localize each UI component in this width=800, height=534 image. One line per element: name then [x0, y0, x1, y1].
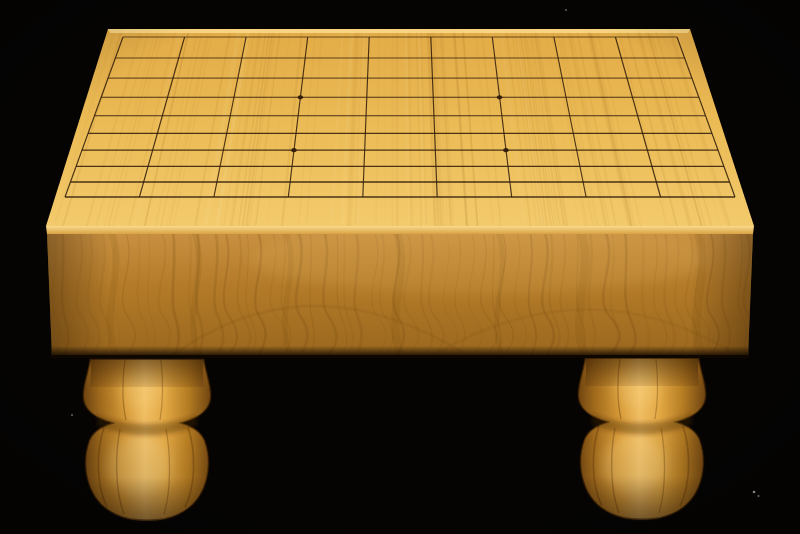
scene-svg: [0, 0, 800, 534]
shogi-board-photo: [0, 0, 800, 534]
photo-vignette: [0, 0, 800, 534]
